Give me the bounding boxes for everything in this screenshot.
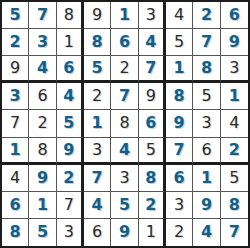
cell-r1c3[interactable]: 8	[57, 2, 84, 29]
cell-r9c2[interactable]: 5	[29, 219, 56, 246]
cell-r1c4[interactable]: 9	[84, 2, 111, 29]
cell-r5c5[interactable]: 8	[111, 110, 138, 137]
cell-r8c2[interactable]: 1	[29, 192, 56, 219]
cell-r1c7[interactable]: 4	[166, 2, 193, 29]
cell-r9c6[interactable]: 1	[139, 219, 166, 246]
cell-r3c5[interactable]: 2	[111, 56, 138, 83]
cell-r3c1[interactable]: 9	[2, 56, 29, 83]
cell-r3c8[interactable]: 8	[193, 56, 220, 83]
cell-r1c5[interactable]: 1	[111, 2, 138, 29]
cell-r9c7[interactable]: 2	[166, 219, 193, 246]
cell-r3c6[interactable]: 7	[139, 56, 166, 83]
cell-r3c7[interactable]: 1	[166, 56, 193, 83]
cell-r6c3[interactable]: 9	[57, 138, 84, 165]
cell-r2c9[interactable]: 9	[221, 29, 248, 56]
cell-r1c6[interactable]: 3	[139, 2, 166, 29]
cell-r2c8[interactable]: 7	[193, 29, 220, 56]
cell-r4c5[interactable]: 7	[111, 83, 138, 110]
cell-r8c9[interactable]: 8	[221, 192, 248, 219]
cell-r4c4[interactable]: 2	[84, 83, 111, 110]
cell-r9c9[interactable]: 7	[221, 219, 248, 246]
cell-r3c3[interactable]: 6	[57, 56, 84, 83]
sudoku-board: 5789134262318645799465271833642798517251…	[0, 0, 250, 248]
cell-r5c1[interactable]: 7	[2, 110, 29, 137]
cell-r8c6[interactable]: 2	[139, 192, 166, 219]
cell-r7c8[interactable]: 1	[193, 165, 220, 192]
cell-r9c5[interactable]: 9	[111, 219, 138, 246]
cell-r6c5[interactable]: 4	[111, 138, 138, 165]
cell-r2c4[interactable]: 8	[84, 29, 111, 56]
cell-r6c8[interactable]: 6	[193, 138, 220, 165]
cell-r7c7[interactable]: 6	[166, 165, 193, 192]
cell-r4c7[interactable]: 8	[166, 83, 193, 110]
cell-r6c1[interactable]: 1	[2, 138, 29, 165]
cell-r4c1[interactable]: 3	[2, 83, 29, 110]
cell-r1c2[interactable]: 7	[29, 2, 56, 29]
cell-r9c8[interactable]: 4	[193, 219, 220, 246]
cell-r5c7[interactable]: 9	[166, 110, 193, 137]
cell-r8c4[interactable]: 4	[84, 192, 111, 219]
cell-r6c2[interactable]: 8	[29, 138, 56, 165]
cell-r4c6[interactable]: 9	[139, 83, 166, 110]
cell-r8c7[interactable]: 3	[166, 192, 193, 219]
cell-r7c2[interactable]: 9	[29, 165, 56, 192]
cell-r5c4[interactable]: 1	[84, 110, 111, 137]
cell-r4c3[interactable]: 4	[57, 83, 84, 110]
cell-r5c2[interactable]: 2	[29, 110, 56, 137]
cell-r9c4[interactable]: 6	[84, 219, 111, 246]
cell-r2c6[interactable]: 4	[139, 29, 166, 56]
cell-r7c5[interactable]: 3	[111, 165, 138, 192]
cell-r6c9[interactable]: 2	[221, 138, 248, 165]
cell-r8c1[interactable]: 6	[2, 192, 29, 219]
cell-r2c7[interactable]: 5	[166, 29, 193, 56]
cell-r5c8[interactable]: 3	[193, 110, 220, 137]
cell-r2c5[interactable]: 6	[111, 29, 138, 56]
cell-r8c5[interactable]: 5	[111, 192, 138, 219]
cell-r2c3[interactable]: 1	[57, 29, 84, 56]
cell-r7c4[interactable]: 7	[84, 165, 111, 192]
cell-r6c7[interactable]: 7	[166, 138, 193, 165]
cell-r1c1[interactable]: 5	[2, 2, 29, 29]
cell-r6c6[interactable]: 5	[139, 138, 166, 165]
cell-r7c3[interactable]: 2	[57, 165, 84, 192]
cell-r9c3[interactable]: 3	[57, 219, 84, 246]
cell-r2c1[interactable]: 2	[2, 29, 29, 56]
cell-r8c3[interactable]: 7	[57, 192, 84, 219]
cell-r7c6[interactable]: 8	[139, 165, 166, 192]
cell-r2c2[interactable]: 3	[29, 29, 56, 56]
cell-r5c9[interactable]: 4	[221, 110, 248, 137]
cell-r3c4[interactable]: 5	[84, 56, 111, 83]
cell-r8c8[interactable]: 9	[193, 192, 220, 219]
cell-r4c2[interactable]: 6	[29, 83, 56, 110]
cell-r9c1[interactable]: 8	[2, 219, 29, 246]
cell-r3c2[interactable]: 4	[29, 56, 56, 83]
cell-r7c9[interactable]: 5	[221, 165, 248, 192]
cell-r5c3[interactable]: 5	[57, 110, 84, 137]
cell-r4c9[interactable]: 1	[221, 83, 248, 110]
cell-r5c6[interactable]: 6	[139, 110, 166, 137]
cell-r7c1[interactable]: 4	[2, 165, 29, 192]
cell-r1c9[interactable]: 6	[221, 2, 248, 29]
cell-r4c8[interactable]: 5	[193, 83, 220, 110]
cell-r1c8[interactable]: 2	[193, 2, 220, 29]
cell-r6c4[interactable]: 3	[84, 138, 111, 165]
cell-r3c9[interactable]: 3	[221, 56, 248, 83]
